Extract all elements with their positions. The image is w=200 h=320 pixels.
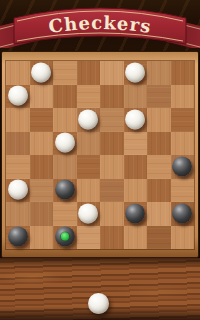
- white-checker[interactable]: [125, 109, 145, 129]
- white-checker[interactable]: [78, 109, 98, 129]
- square-2-5[interactable]: [53, 179, 77, 203]
- board: [6, 61, 194, 249]
- black-checker[interactable]: [55, 180, 75, 200]
- square-3-6[interactable]: [77, 202, 101, 226]
- square-2-6[interactable]: [53, 202, 77, 226]
- square-7-6[interactable]: [171, 202, 195, 226]
- square-7-0[interactable]: [171, 61, 195, 85]
- square-7-4[interactable]: [171, 155, 195, 179]
- square-2-7[interactable]: [53, 226, 77, 250]
- square-3-5[interactable]: [77, 179, 101, 203]
- square-2-0[interactable]: [53, 61, 77, 85]
- square-4-2[interactable]: [100, 108, 124, 132]
- square-5-1[interactable]: [124, 85, 148, 109]
- black-checker[interactable]: [125, 203, 145, 223]
- white-checker[interactable]: [8, 86, 28, 106]
- square-0-5[interactable]: [6, 179, 30, 203]
- square-4-5[interactable]: [100, 179, 124, 203]
- square-6-0[interactable]: [147, 61, 171, 85]
- square-5-7[interactable]: [124, 226, 148, 250]
- square-7-1[interactable]: [171, 85, 195, 109]
- square-1-0[interactable]: [30, 61, 54, 85]
- square-2-3[interactable]: [53, 132, 77, 156]
- square-3-7[interactable]: [77, 226, 101, 250]
- square-2-1[interactable]: [53, 85, 77, 109]
- square-1-6[interactable]: [30, 202, 54, 226]
- square-6-3[interactable]: [147, 132, 171, 156]
- square-4-6[interactable]: [100, 202, 124, 226]
- square-5-3[interactable]: [124, 132, 148, 156]
- square-1-7[interactable]: [30, 226, 54, 250]
- square-6-5[interactable]: [147, 179, 171, 203]
- square-4-7[interactable]: [100, 226, 124, 250]
- square-0-3[interactable]: [6, 132, 30, 156]
- square-1-5[interactable]: [30, 179, 54, 203]
- square-5-4[interactable]: [124, 155, 148, 179]
- square-4-1[interactable]: [100, 85, 124, 109]
- square-4-4[interactable]: [100, 155, 124, 179]
- square-3-2[interactable]: [77, 108, 101, 132]
- square-4-0[interactable]: [100, 61, 124, 85]
- white-checker[interactable]: [55, 133, 75, 153]
- square-6-6[interactable]: [147, 202, 171, 226]
- black-checker[interactable]: [8, 227, 28, 247]
- square-4-3[interactable]: [100, 132, 124, 156]
- square-7-2[interactable]: [171, 108, 195, 132]
- square-3-0[interactable]: [77, 61, 101, 85]
- square-0-7[interactable]: [6, 226, 30, 250]
- square-1-4[interactable]: [30, 155, 54, 179]
- square-5-2[interactable]: [124, 108, 148, 132]
- square-3-3[interactable]: [77, 132, 101, 156]
- square-0-6[interactable]: [6, 202, 30, 226]
- square-0-2[interactable]: [6, 108, 30, 132]
- board-frame: [1, 51, 199, 258]
- square-1-3[interactable]: [30, 132, 54, 156]
- square-0-1[interactable]: [6, 85, 30, 109]
- square-2-2[interactable]: [53, 108, 77, 132]
- selected-indicator-dot: [61, 233, 69, 241]
- white-checker[interactable]: [8, 180, 28, 200]
- square-1-1[interactable]: [30, 85, 54, 109]
- square-0-0[interactable]: [6, 61, 30, 85]
- square-5-5[interactable]: [124, 179, 148, 203]
- square-7-5[interactable]: [171, 179, 195, 203]
- black-checker-selected[interactable]: [55, 227, 75, 247]
- square-3-1[interactable]: [77, 85, 101, 109]
- square-1-2[interactable]: [30, 108, 54, 132]
- white-checker[interactable]: [78, 203, 98, 223]
- white-checker[interactable]: [31, 62, 51, 82]
- square-6-7[interactable]: [147, 226, 171, 250]
- black-checker[interactable]: [172, 203, 192, 223]
- square-3-4[interactable]: [77, 155, 101, 179]
- black-checker[interactable]: [172, 156, 192, 176]
- square-7-7[interactable]: [171, 226, 195, 250]
- square-7-3[interactable]: [171, 132, 195, 156]
- square-6-4[interactable]: [147, 155, 171, 179]
- title-banner: Checkers: [0, 2, 200, 48]
- white-checker[interactable]: [125, 62, 145, 82]
- square-6-1[interactable]: [147, 85, 171, 109]
- tray-white-checker: [88, 293, 109, 314]
- square-0-4[interactable]: [6, 155, 30, 179]
- app-screen: Checkers: [0, 0, 200, 320]
- square-5-0[interactable]: [124, 61, 148, 85]
- square-5-6[interactable]: [124, 202, 148, 226]
- square-6-2[interactable]: [147, 108, 171, 132]
- square-2-4[interactable]: [53, 155, 77, 179]
